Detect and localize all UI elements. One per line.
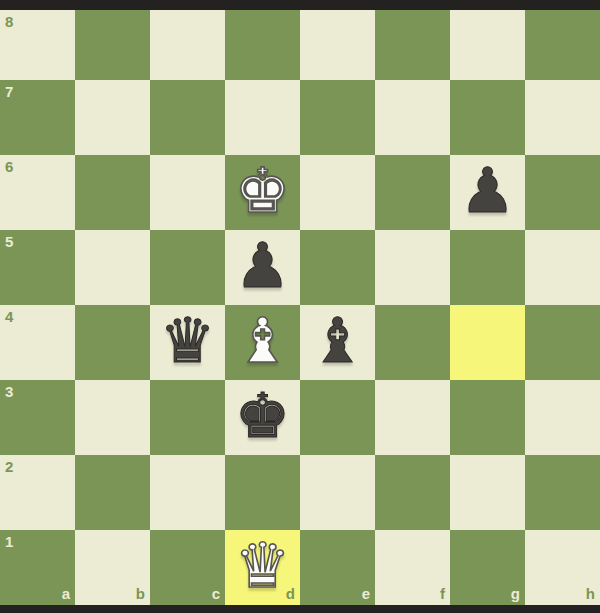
square-c8[interactable] xyxy=(150,10,225,80)
file-label-c: c xyxy=(212,586,220,601)
top-frame-bar xyxy=(0,0,600,10)
square-h3[interactable] xyxy=(525,380,600,455)
bottom-frame-bar xyxy=(0,605,600,613)
piece-black-queen[interactable]: ♛ xyxy=(160,310,216,372)
square-g3[interactable] xyxy=(450,380,525,455)
square-g1[interactable]: g xyxy=(450,530,525,605)
square-f3[interactable] xyxy=(375,380,450,455)
rank-label-6: 6 xyxy=(5,159,13,174)
piece-white-king[interactable]: ♚ xyxy=(235,160,291,222)
square-d1[interactable]: d♛ xyxy=(225,530,300,605)
square-f6[interactable] xyxy=(375,155,450,230)
square-c3[interactable] xyxy=(150,380,225,455)
rank-label-4: 4 xyxy=(5,309,13,324)
square-c6[interactable] xyxy=(150,155,225,230)
square-c5[interactable] xyxy=(150,230,225,305)
rank-label-5: 5 xyxy=(5,234,13,249)
square-a1[interactable]: 1a xyxy=(0,530,75,605)
square-a4[interactable]: 4 xyxy=(0,305,75,380)
square-g5[interactable] xyxy=(450,230,525,305)
square-e4[interactable]: ♝ xyxy=(300,305,375,380)
file-label-f: f xyxy=(440,586,445,601)
square-a3[interactable]: 3 xyxy=(0,380,75,455)
square-d5[interactable]: ♟ xyxy=(225,230,300,305)
square-b7[interactable] xyxy=(75,80,150,155)
file-label-a: a xyxy=(62,586,70,601)
square-g7[interactable] xyxy=(450,80,525,155)
square-g8[interactable] xyxy=(450,10,525,80)
square-e6[interactable] xyxy=(300,155,375,230)
square-h4[interactable] xyxy=(525,305,600,380)
square-g6[interactable]: ♟ xyxy=(450,155,525,230)
rank-label-3: 3 xyxy=(5,384,13,399)
piece-black-bishop[interactable]: ♝ xyxy=(310,310,366,372)
square-a5[interactable]: 5 xyxy=(0,230,75,305)
file-label-h: h xyxy=(586,586,595,601)
square-e7[interactable] xyxy=(300,80,375,155)
chess-board[interactable]: 876♚♟5♟4♛♝♝3♚21abcd♛efgh xyxy=(0,10,600,605)
square-e1[interactable]: e xyxy=(300,530,375,605)
square-a7[interactable]: 7 xyxy=(0,80,75,155)
rank-label-2: 2 xyxy=(5,459,13,474)
piece-black-king[interactable]: ♚ xyxy=(235,385,291,447)
square-f8[interactable] xyxy=(375,10,450,80)
square-h8[interactable] xyxy=(525,10,600,80)
square-b4[interactable] xyxy=(75,305,150,380)
square-b2[interactable] xyxy=(75,455,150,530)
square-e8[interactable] xyxy=(300,10,375,80)
square-d4[interactable]: ♝ xyxy=(225,305,300,380)
square-c4[interactable]: ♛ xyxy=(150,305,225,380)
square-f4[interactable] xyxy=(375,305,450,380)
square-b8[interactable] xyxy=(75,10,150,80)
square-d8[interactable] xyxy=(225,10,300,80)
piece-black-pawn[interactable]: ♟ xyxy=(235,235,291,297)
square-c1[interactable]: c xyxy=(150,530,225,605)
square-b5[interactable] xyxy=(75,230,150,305)
square-a6[interactable]: 6 xyxy=(0,155,75,230)
chess-app: 876♚♟5♟4♛♝♝3♚21abcd♛efgh xyxy=(0,0,600,613)
rank-label-1: 1 xyxy=(5,534,13,549)
square-a2[interactable]: 2 xyxy=(0,455,75,530)
piece-white-bishop[interactable]: ♝ xyxy=(235,310,291,372)
square-d6[interactable]: ♚ xyxy=(225,155,300,230)
square-h2[interactable] xyxy=(525,455,600,530)
rank-label-7: 7 xyxy=(5,84,13,99)
square-c2[interactable] xyxy=(150,455,225,530)
rank-label-8: 8 xyxy=(5,14,13,29)
square-f7[interactable] xyxy=(375,80,450,155)
square-f1[interactable]: f xyxy=(375,530,450,605)
square-e2[interactable] xyxy=(300,455,375,530)
square-b3[interactable] xyxy=(75,380,150,455)
square-e5[interactable] xyxy=(300,230,375,305)
square-h1[interactable]: h xyxy=(525,530,600,605)
square-f5[interactable] xyxy=(375,230,450,305)
square-b6[interactable] xyxy=(75,155,150,230)
square-b1[interactable]: b xyxy=(75,530,150,605)
square-h7[interactable] xyxy=(525,80,600,155)
piece-black-pawn[interactable]: ♟ xyxy=(460,160,516,222)
square-d2[interactable] xyxy=(225,455,300,530)
square-a8[interactable]: 8 xyxy=(0,10,75,80)
square-e3[interactable] xyxy=(300,380,375,455)
square-g4[interactable] xyxy=(450,305,525,380)
file-label-b: b xyxy=(136,586,145,601)
square-h5[interactable] xyxy=(525,230,600,305)
square-d3[interactable]: ♚ xyxy=(225,380,300,455)
file-label-g: g xyxy=(511,586,520,601)
file-label-e: e xyxy=(362,586,370,601)
square-c7[interactable] xyxy=(150,80,225,155)
square-g2[interactable] xyxy=(450,455,525,530)
piece-white-queen[interactable]: ♛ xyxy=(235,535,291,597)
square-f2[interactable] xyxy=(375,455,450,530)
square-h6[interactable] xyxy=(525,155,600,230)
square-d7[interactable] xyxy=(225,80,300,155)
